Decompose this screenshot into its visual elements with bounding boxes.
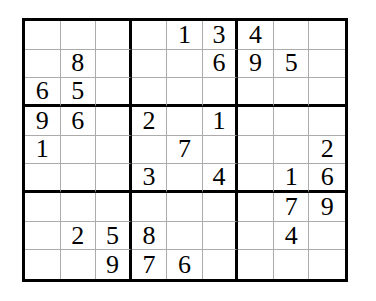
- cell-r5c5-given-7[interactable]: 7: [167, 136, 203, 165]
- cell-r9c4-given-7[interactable]: 7: [132, 250, 168, 279]
- cell-r3c1-given-6[interactable]: 6: [25, 78, 61, 107]
- cell-r4c2-given-6[interactable]: 6: [61, 107, 97, 136]
- cell-r7c8-given-7[interactable]: 7: [274, 193, 310, 222]
- cell-r2c1-empty[interactable]: [25, 50, 61, 79]
- cell-r5c7-empty[interactable]: [238, 136, 274, 165]
- cell-r7c1-empty[interactable]: [25, 193, 61, 222]
- cell-r5c2-empty[interactable]: [61, 136, 97, 165]
- cell-r7c7-empty[interactable]: [238, 193, 274, 222]
- cell-r6c2-empty[interactable]: [61, 164, 97, 193]
- cell-r4c4-given-2[interactable]: 2: [132, 107, 168, 136]
- cell-r1c2-empty[interactable]: [61, 21, 97, 50]
- cell-r8c9-empty[interactable]: [309, 222, 345, 251]
- cell-r7c4-empty[interactable]: [132, 193, 168, 222]
- cell-r6c9-given-6[interactable]: 6: [309, 164, 345, 193]
- cell-r4c8-empty[interactable]: [274, 107, 310, 136]
- cell-r3c8-empty[interactable]: [274, 78, 310, 107]
- cell-r1c3-empty[interactable]: [96, 21, 132, 50]
- cell-r9c7-empty[interactable]: [238, 250, 274, 279]
- cell-r8c1-empty[interactable]: [25, 222, 61, 251]
- cell-r9c2-empty[interactable]: [61, 250, 97, 279]
- cell-r4c6-given-1[interactable]: 1: [203, 107, 239, 136]
- cell-r5c1-given-1[interactable]: 1: [25, 136, 61, 165]
- cell-r1c1-empty[interactable]: [25, 21, 61, 50]
- cell-r8c6-empty[interactable]: [203, 222, 239, 251]
- cell-r6c4-given-3[interactable]: 3: [132, 164, 168, 193]
- cell-r2c4-empty[interactable]: [132, 50, 168, 79]
- cell-r9c1-empty[interactable]: [25, 250, 61, 279]
- cell-r4c9-empty[interactable]: [309, 107, 345, 136]
- cell-r2c2-given-8[interactable]: 8: [61, 50, 97, 79]
- cell-r5c9-given-2[interactable]: 2: [309, 136, 345, 165]
- cell-r3c4-empty[interactable]: [132, 78, 168, 107]
- cell-r5c3-empty[interactable]: [96, 136, 132, 165]
- cell-r1c8-empty[interactable]: [274, 21, 310, 50]
- cell-r5c4-empty[interactable]: [132, 136, 168, 165]
- cell-r3c5-empty[interactable]: [167, 78, 203, 107]
- cell-r6c6-given-4[interactable]: 4: [203, 164, 239, 193]
- cell-r5c8-empty[interactable]: [274, 136, 310, 165]
- cell-r8c2-given-2[interactable]: 2: [61, 222, 97, 251]
- cell-r8c3-given-5[interactable]: 5: [96, 222, 132, 251]
- cell-r5c6-empty[interactable]: [203, 136, 239, 165]
- cell-r2c8-given-5[interactable]: 5: [274, 50, 310, 79]
- cell-r6c1-empty[interactable]: [25, 164, 61, 193]
- cell-r6c7-empty[interactable]: [238, 164, 274, 193]
- cell-r4c3-empty[interactable]: [96, 107, 132, 136]
- cell-r7c6-empty[interactable]: [203, 193, 239, 222]
- cell-r1c9-empty[interactable]: [309, 21, 345, 50]
- cell-r7c3-empty[interactable]: [96, 193, 132, 222]
- cell-r4c5-empty[interactable]: [167, 107, 203, 136]
- cell-r7c9-given-9[interactable]: 9: [309, 193, 345, 222]
- cell-r1c6-given-3[interactable]: 3: [203, 21, 239, 50]
- cell-r3c2-given-5[interactable]: 5: [61, 78, 97, 107]
- sudoku-board: 13486956596211723416792584976: [22, 18, 348, 282]
- cell-r2c6-given-6[interactable]: 6: [203, 50, 239, 79]
- cell-r1c5-given-1[interactable]: 1: [167, 21, 203, 50]
- cell-r1c4-empty[interactable]: [132, 21, 168, 50]
- cell-r8c4-given-8[interactable]: 8: [132, 222, 168, 251]
- cell-r1c7-given-4[interactable]: 4: [238, 21, 274, 50]
- cell-r2c5-empty[interactable]: [167, 50, 203, 79]
- cell-r8c8-given-4[interactable]: 4: [274, 222, 310, 251]
- cell-r6c3-empty[interactable]: [96, 164, 132, 193]
- cell-r9c9-empty[interactable]: [309, 250, 345, 279]
- cell-r8c5-empty[interactable]: [167, 222, 203, 251]
- cell-r7c2-empty[interactable]: [61, 193, 97, 222]
- cell-r2c7-given-9[interactable]: 9: [238, 50, 274, 79]
- cell-r9c3-given-9[interactable]: 9: [96, 250, 132, 279]
- cell-r2c3-empty[interactable]: [96, 50, 132, 79]
- cell-r6c5-empty[interactable]: [167, 164, 203, 193]
- cell-r9c6-empty[interactable]: [203, 250, 239, 279]
- cell-r3c9-empty[interactable]: [309, 78, 345, 107]
- cell-r3c7-empty[interactable]: [238, 78, 274, 107]
- cell-r3c3-empty[interactable]: [96, 78, 132, 107]
- cell-r4c1-given-9[interactable]: 9: [25, 107, 61, 136]
- cell-r9c8-empty[interactable]: [274, 250, 310, 279]
- cell-r6c8-given-1[interactable]: 1: [274, 164, 310, 193]
- cell-r9c5-given-6[interactable]: 6: [167, 250, 203, 279]
- cell-r3c6-empty[interactable]: [203, 78, 239, 107]
- cell-r8c7-empty[interactable]: [238, 222, 274, 251]
- cell-r7c5-empty[interactable]: [167, 193, 203, 222]
- cell-r2c9-empty[interactable]: [309, 50, 345, 79]
- cell-r4c7-empty[interactable]: [238, 107, 274, 136]
